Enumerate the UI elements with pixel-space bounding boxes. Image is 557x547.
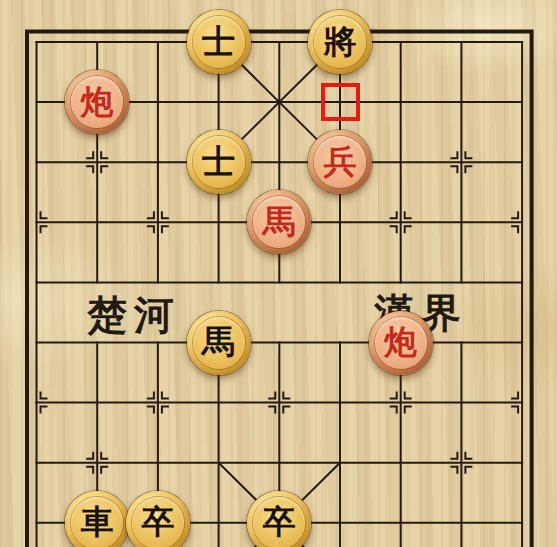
piece-black-soldier[interactable]: 卒: [126, 491, 190, 547]
piece-glyph: 士: [202, 145, 235, 178]
piece-face: 炮: [71, 76, 123, 128]
piece-glyph: 馬: [202, 325, 235, 358]
last-move-highlight-square: [321, 83, 360, 121]
piece-glyph: 卒: [141, 505, 174, 538]
river-label-chu-he: 楚河: [87, 295, 181, 335]
piece-glyph: 兵: [324, 145, 357, 178]
piece-face: 卒: [132, 497, 184, 547]
piece-glyph: 車: [81, 505, 114, 538]
piece-black-advisor[interactable]: 士: [187, 10, 251, 74]
piece-face: 將: [314, 16, 366, 68]
xiangqi-board: 楚河 漢界 士將炮士兵馬馬炮車卒卒: [0, 0, 557, 547]
piece-black-horse[interactable]: 馬: [187, 311, 251, 375]
piece-glyph: 炮: [81, 85, 114, 118]
piece-glyph: 馬: [263, 205, 296, 238]
piece-face: 兵: [314, 136, 366, 188]
piece-red-cannon[interactable]: 炮: [65, 70, 129, 134]
piece-face: 士: [193, 16, 245, 68]
piece-glyph: 炮: [384, 325, 417, 358]
piece-glyph: 將: [324, 25, 357, 58]
piece-glyph: 卒: [263, 505, 296, 538]
piece-red-cannon[interactable]: 炮: [369, 311, 433, 375]
piece-black-advisor[interactable]: 士: [187, 130, 251, 194]
piece-face: 馬: [253, 196, 305, 248]
piece-face: 炮: [375, 317, 427, 369]
piece-glyph: 士: [202, 25, 235, 58]
piece-face: 車: [71, 497, 123, 547]
piece-face: 卒: [253, 497, 305, 547]
piece-red-soldier[interactable]: 兵: [308, 130, 372, 194]
piece-black-general[interactable]: 將: [308, 10, 372, 74]
piece-face: 士: [193, 136, 245, 188]
piece-face: 馬: [193, 317, 245, 369]
